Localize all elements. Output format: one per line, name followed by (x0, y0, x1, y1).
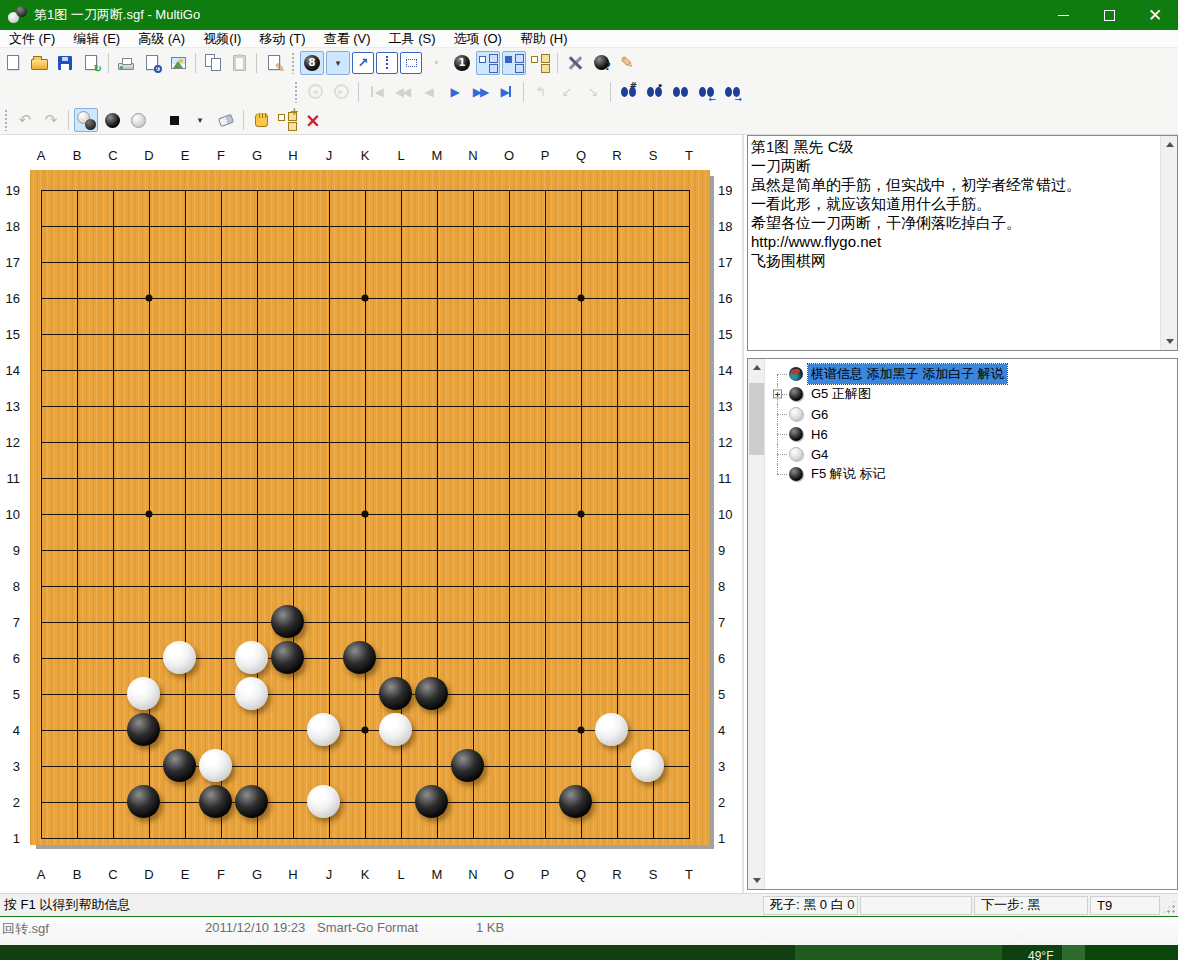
row-label-17-left: 17 (0, 255, 20, 270)
tree-connector (777, 464, 778, 474)
app-icon (8, 6, 28, 24)
toolbar-separator (610, 82, 611, 102)
minimize-icon (1058, 15, 1069, 16)
stone-D7-white[interactable] (163, 641, 196, 674)
col-label-J-bottom: J (311, 867, 347, 882)
scroll-down-icon[interactable] (748, 872, 765, 889)
row-label-4-left: 4 (0, 723, 20, 738)
board-range-icon[interactable] (400, 52, 422, 74)
col-label-A-bottom: A (23, 867, 59, 882)
col-label-B-bottom: B (59, 867, 95, 882)
intersection-K5[interactable] (377, 711, 413, 747)
new-file-icon[interactable] (1, 51, 25, 75)
row-label-10-right: 10 (718, 507, 738, 522)
stone-G7-black[interactable] (271, 641, 304, 674)
move-number-dropdown-icon[interactable]: ▾ (326, 51, 350, 75)
board-grid[interactable] (53, 207, 737, 891)
row-label-19-left: 19 (0, 183, 20, 198)
play-black-icon[interactable] (100, 108, 124, 132)
tree-layout-full-icon[interactable] (502, 51, 526, 75)
menu-item-3[interactable]: 视频(I) (194, 30, 250, 48)
window-title: 第1图 一刀两断.sgf - MultiGo (34, 6, 1040, 24)
intersection-K6[interactable] (377, 675, 413, 711)
goban[interactable] (30, 170, 710, 845)
game-tree: 棋谱信息 添加黑子 添加白子 解说+G5 正解图G6H6G4F5 解说 标记 (765, 359, 1177, 889)
print-preview-icon[interactable] (140, 51, 164, 75)
row-label-8-left: 8 (0, 579, 20, 594)
col-label-E-bottom: E (167, 867, 203, 882)
captures-pane: 死子: 黑 0 白 0 (763, 896, 858, 915)
row-label-15-left: 15 (0, 327, 20, 342)
row-label-19-right: 19 (718, 183, 738, 198)
taskbar-segment-0 (0, 945, 795, 960)
col-label-K-bottom: K (347, 867, 383, 882)
row-label-18-right: 18 (718, 219, 738, 234)
col-label-A-top: A (23, 148, 59, 163)
minimize-button[interactable] (1040, 0, 1086, 30)
multigo-window: 第1图 一刀两断.sgf - MultiGo ✕ 文件 (F)编辑 (E)高级 … (0, 0, 1178, 917)
play-white-icon[interactable] (126, 108, 150, 132)
row-label-2-left: 2 (0, 795, 20, 810)
tree-node-label[interactable]: G5 正解图 (808, 384, 874, 404)
export-image-icon[interactable] (166, 51, 190, 75)
white-stone-icon (789, 447, 803, 461)
stone-E4-white[interactable] (199, 749, 232, 782)
status-help-text: 按 F1 以得到帮助信息 (0, 896, 762, 914)
intersection-J7[interactable] (341, 639, 377, 675)
nav-parent-icon[interactable]: ↰ (529, 80, 553, 104)
intersection-C6[interactable] (125, 675, 161, 711)
next-variation-icon[interactable]: ↘ (581, 80, 605, 104)
taskbar-segment-4 (1085, 945, 1178, 960)
col-label-R-top: R (599, 148, 635, 163)
tree-node-label[interactable]: 棋谱信息 添加黑子 添加白子 解说 (808, 364, 1007, 384)
open-file-icon[interactable] (27, 51, 51, 75)
intersection-R4[interactable] (629, 747, 665, 783)
scroll-up-icon[interactable] (748, 359, 765, 376)
nav-forward-icon[interactable]: ▶ (442, 80, 466, 104)
stone-H5-white[interactable] (307, 713, 340, 746)
panel-splitter[interactable] (742, 135, 744, 893)
row-label-14-left: 14 (0, 363, 20, 378)
row-label-17-right: 17 (718, 255, 738, 270)
stone-C3-black[interactable] (127, 785, 160, 818)
row-label-11-left: 11 (0, 471, 20, 486)
intersection-F7[interactable] (233, 639, 269, 675)
stone-C5-black[interactable] (127, 713, 160, 746)
menu-item-5[interactable]: 查看 (V) (315, 30, 380, 48)
col-label-M-top: M (419, 148, 455, 163)
col-label-T-top: T (671, 148, 707, 163)
toolbar-separator (195, 53, 196, 73)
col-label-C-bottom: C (95, 867, 131, 882)
tree-connector (777, 414, 787, 415)
marker-dropdown-icon[interactable]: ▾ (188, 108, 212, 132)
tree-node-label[interactable]: H6 (808, 426, 831, 443)
toolbar-separator (68, 110, 69, 130)
resize-grip[interactable] (1161, 899, 1177, 915)
stone-P3-black[interactable] (559, 785, 592, 818)
move-number-from-one-icon[interactable]: 1 (450, 51, 474, 75)
prev-variation-icon[interactable]: ↙ (555, 80, 579, 104)
background-file-format: Smart-Go Format (317, 920, 418, 935)
row-label-5-left: 5 (0, 687, 20, 702)
col-label-S-bottom: S (635, 867, 671, 882)
row-label-6-left: 6 (0, 651, 20, 666)
col-label-B-top: B (59, 148, 95, 163)
board-panel: AABBCCDDEEFFGGHHJJKKLLMMNNOOPPQQRRSSTT19… (0, 135, 742, 893)
black-stone-icon (789, 467, 803, 481)
find-prev-icon[interactable]: ← (694, 80, 718, 104)
reload-file-icon[interactable]: ↻ (79, 51, 103, 75)
taskbar-weather[interactable]: 49°F (1028, 949, 1053, 960)
tree-layout-org-icon[interactable] (528, 51, 552, 75)
intersection-E4[interactable] (197, 747, 233, 783)
status-bar: 按 F1 以得到帮助信息 死子: 黑 0 白 0 下一步: 黑 T9 (0, 893, 1178, 916)
paste-icon[interactable] (227, 51, 251, 75)
toolbar-handle[interactable] (291, 52, 295, 74)
toolbar-separator (358, 82, 359, 102)
tree-connector (777, 454, 787, 455)
stone-F7-white[interactable] (235, 641, 268, 674)
comment-line-1: 一刀两断 (751, 156, 1157, 175)
col-label-K-top: K (347, 148, 383, 163)
intersection-E3[interactable] (197, 783, 233, 819)
copy-icon[interactable] (201, 51, 225, 75)
game-info-node-icon (789, 367, 803, 381)
stone-R4-white[interactable] (631, 749, 664, 782)
comment-line-2: 虽然是简单的手筋，但实战中，初学者经常错过。 (751, 175, 1157, 194)
tree-layout-compact-icon[interactable] (476, 51, 500, 75)
background-window-strip: 回转.sgf 2011/12/10 19:23 Smart-Go Format … (0, 918, 1178, 945)
nav-last-icon[interactable]: ▶ (494, 80, 518, 104)
tree-node-5[interactable]: F5 解说 标记 (765, 464, 1177, 484)
marker-square-icon[interactable] (162, 108, 186, 132)
row-label-4-right: 4 (718, 723, 738, 738)
row-label-10-left: 10 (0, 507, 20, 522)
tree-node-4[interactable]: G4 (765, 444, 1177, 464)
toolbar-edit: ↶↷▾+× (0, 106, 1178, 135)
col-label-P-top: P (527, 148, 563, 163)
row-label-7-right: 7 (718, 615, 738, 630)
intersection-H5[interactable] (305, 711, 341, 747)
main-area: AABBCCDDEEFFGGHHJJKKLLMMNNOOPPQQRRSSTT19… (0, 135, 1178, 893)
col-label-P-bottom: P (527, 867, 563, 882)
stone-J7-black[interactable] (343, 641, 376, 674)
stone-C6-white[interactable] (127, 677, 160, 710)
options-tools-icon[interactable] (563, 51, 587, 75)
redo-icon[interactable]: ↷ (39, 108, 63, 132)
tree-connector (777, 434, 787, 435)
title-bar: 第1图 一刀两断.sgf - MultiGo ✕ (0, 0, 1178, 30)
tree-connector (777, 474, 787, 475)
row-label-6-right: 6 (718, 651, 738, 666)
small-board-icon[interactable] (424, 51, 448, 75)
stone-E3-black[interactable] (199, 785, 232, 818)
stone-G8-black[interactable] (271, 605, 304, 638)
black-stone-icon (789, 427, 803, 441)
stone-K6-black[interactable] (379, 677, 412, 710)
row-label-9-right: 9 (718, 543, 738, 558)
scroll-up-icon[interactable] (1161, 136, 1178, 153)
delete-node-icon[interactable]: × (301, 108, 325, 132)
scrollbar-thumb[interactable] (749, 383, 764, 455)
toolbar-main: ↻✎8▾↗1?✎ (0, 48, 1178, 77)
empty-pane (860, 896, 972, 915)
background-file-name: 回转.sgf (2, 920, 49, 938)
count-result-icon[interactable]: ? (589, 51, 613, 75)
game-info-icon[interactable]: ✎ (262, 51, 286, 75)
col-label-D-top: D (131, 148, 167, 163)
row-label-8-right: 8 (718, 579, 738, 594)
row-label-12-right: 12 (718, 435, 738, 450)
stone-Q5-white[interactable] (595, 713, 628, 746)
row-label-12-left: 12 (0, 435, 20, 450)
intersection-D4[interactable] (161, 747, 197, 783)
intersection-F3[interactable] (233, 783, 269, 819)
row-label-13-left: 13 (0, 399, 20, 414)
row-label-14-right: 14 (718, 363, 738, 378)
row-label-3-right: 3 (718, 759, 738, 774)
menu-item-4[interactable]: 移动 (T) (250, 30, 314, 48)
maximize-button[interactable] (1086, 0, 1132, 30)
col-label-R-bottom: R (599, 867, 635, 882)
intersection-L3[interactable] (413, 783, 449, 819)
find-next-icon[interactable]: → (720, 80, 744, 104)
next-game-icon[interactable]: ▶ (329, 80, 353, 104)
maximize-icon (1104, 10, 1115, 21)
intersection-Q5[interactable] (593, 711, 629, 747)
expand-icon[interactable]: + (773, 390, 782, 399)
prev-game-icon[interactable]: ◀ (303, 80, 327, 104)
col-label-F-top: F (203, 148, 239, 163)
tree-node-1[interactable]: +G5 正解图 (765, 384, 1177, 404)
coordinate-pane: T9 (1090, 896, 1160, 915)
tree-connector (777, 374, 778, 384)
nav-first-icon[interactable]: ◀ (364, 80, 388, 104)
nav-fast-forward-icon[interactable]: ▶▶ (468, 80, 492, 104)
row-label-9-left: 9 (0, 543, 20, 558)
col-label-O-top: O (491, 148, 527, 163)
taskbar-segment-1 (795, 945, 1002, 960)
black-stone-icon (789, 387, 803, 401)
comment-panel: 第1图 黑先 C级一刀两断虽然是简单的手筋，但实战中，初学者经常错过。一看此形，… (747, 135, 1178, 351)
intersection-C5[interactable] (125, 711, 161, 747)
col-label-T-bottom: T (671, 867, 707, 882)
stone-K5-white[interactable] (379, 713, 412, 746)
menu-item-7[interactable]: 选项 (O) (445, 30, 511, 48)
col-label-O-bottom: O (491, 867, 527, 882)
comment-text: 第1图 黑先 C级一刀两断虽然是简单的手筋，但实战中，初学者经常错过。一看此形，… (751, 137, 1157, 349)
taskbar: 49°F (0, 945, 1178, 960)
stone-M4-black[interactable] (451, 749, 484, 782)
menu-item-6[interactable]: 工具 (S) (380, 30, 445, 48)
toolbar-separator (108, 53, 109, 73)
intersection-M4[interactable] (449, 747, 485, 783)
toolbar-handle[interactable] (294, 81, 298, 103)
insert-node-icon[interactable]: + (275, 108, 299, 132)
col-label-Q-top: Q (563, 148, 599, 163)
intersection-F6[interactable] (233, 675, 269, 711)
col-label-Q-bottom: Q (563, 867, 599, 882)
stone-L6-black[interactable] (415, 677, 448, 710)
find-move-number-icon[interactable]: # (616, 80, 640, 104)
toolbar-separator (557, 53, 558, 73)
tree-node-label[interactable]: G4 (808, 446, 831, 463)
tree-node-0[interactable]: 棋谱信息 添加黑子 添加白子 解说 (765, 364, 1177, 384)
row-label-11-right: 11 (718, 471, 738, 486)
stone-L3-black[interactable] (415, 785, 448, 818)
comment-line-5: http://www.flygo.net (751, 232, 1157, 251)
comment-scrollbar[interactable] (1160, 136, 1177, 350)
variation-display-icon[interactable] (376, 52, 398, 74)
stone-D4-black[interactable] (163, 749, 196, 782)
eraser-icon[interactable] (214, 108, 238, 132)
row-label-5-right: 5 (718, 687, 738, 702)
tree-node-label[interactable]: F5 解说 标记 (808, 464, 888, 484)
edit-pen-icon[interactable]: ✎ (615, 51, 639, 75)
col-label-H-bottom: H (275, 867, 311, 882)
comment-line-0: 第1图 黑先 C级 (751, 137, 1157, 156)
comment-line-4: 希望各位一刀两断，干净俐落吃掉白子。 (751, 213, 1157, 232)
nav-back-icon[interactable]: ◀ (416, 80, 440, 104)
intersection-H3[interactable] (305, 783, 341, 819)
background-file-date: 2011/12/10 19:23 (205, 920, 305, 935)
col-label-L-bottom: L (383, 867, 419, 882)
intersection-D7[interactable] (161, 639, 197, 675)
col-label-F-bottom: F (203, 867, 239, 882)
menu-item-1[interactable]: 编辑 (E) (64, 30, 129, 48)
next-move-marker-icon[interactable]: ↗ (352, 52, 374, 74)
stone-H3-white[interactable] (307, 785, 340, 818)
menu-item-8[interactable]: 帮助 (H) (511, 30, 577, 48)
play-alternate-icon[interactable] (74, 108, 98, 132)
save-file-icon[interactable] (53, 51, 77, 75)
white-stone-icon (789, 407, 803, 421)
nav-fast-back-icon[interactable]: ◀◀ (390, 80, 414, 104)
intersection-L6[interactable] (413, 675, 449, 711)
row-label-3-left: 3 (0, 759, 20, 774)
taskbar-segment-3 (1062, 945, 1085, 960)
intersection-P3[interactable] (557, 783, 593, 819)
tree-scrollbar[interactable] (748, 359, 765, 889)
row-label-7-left: 7 (0, 615, 20, 630)
col-label-G-bottom: G (239, 867, 275, 882)
row-label-13-right: 13 (718, 399, 738, 414)
print-icon[interactable] (114, 51, 138, 75)
menu-bar: 文件 (F)编辑 (E)高级 (A)视频(I)移动 (T)查看 (V)工具 (S… (0, 30, 1178, 48)
menu-item-2[interactable]: 高级 (A) (129, 30, 194, 48)
col-label-N-top: N (455, 148, 491, 163)
row-label-1-left: 1 (0, 831, 20, 846)
col-label-S-top: S (635, 148, 671, 163)
row-label-16-left: 16 (0, 291, 20, 306)
move-number-display-icon[interactable]: 8 (300, 51, 324, 75)
row-label-15-right: 15 (718, 327, 738, 342)
find-point-icon[interactable]: • (642, 80, 666, 104)
col-label-G-top: G (239, 148, 275, 163)
scroll-down-icon[interactable] (1161, 333, 1178, 350)
tree-node-label[interactable]: G6 (808, 406, 831, 423)
col-label-E-top: E (167, 148, 203, 163)
col-label-H-top: H (275, 148, 311, 163)
row-label-16-right: 16 (718, 291, 738, 306)
tree-connector (777, 374, 787, 375)
col-label-N-bottom: N (455, 867, 491, 882)
stone-F3-black[interactable] (235, 785, 268, 818)
row-label-1-right: 1 (718, 831, 738, 846)
col-label-M-bottom: M (419, 867, 455, 882)
comment-line-6: 飞扬围棋网 (751, 251, 1157, 270)
intersection-C3[interactable] (125, 783, 161, 819)
tree-node-3[interactable]: H6 (765, 424, 1177, 444)
background-file-size: 1 KB (476, 920, 504, 935)
row-label-18-left: 18 (0, 219, 20, 234)
game-tree-panel: 棋谱信息 添加黑子 添加白子 解说+G5 正解图G6H6G4F5 解说 标记 (747, 358, 1178, 890)
intersection-G7[interactable] (269, 639, 305, 675)
intersection-G8[interactable] (269, 603, 305, 639)
toolbar-navigation: ◀▶◀◀◀◀▶▶▶▶↰↙↘#•←→ (0, 77, 1178, 106)
toolbar-separator (523, 82, 524, 102)
toolbar-separator (256, 53, 257, 73)
find-text-icon[interactable] (668, 80, 692, 104)
col-label-L-top: L (383, 148, 419, 163)
close-button[interactable]: ✕ (1132, 0, 1178, 30)
col-label-D-bottom: D (131, 867, 167, 882)
comment-line-3: 一看此形，就应该知道用什么手筋。 (751, 194, 1157, 213)
hand-tool-icon[interactable] (249, 108, 273, 132)
stone-F6-white[interactable] (235, 677, 268, 710)
col-label-C-top: C (95, 148, 131, 163)
row-label-2-right: 2 (718, 795, 738, 810)
toolbar-handle[interactable] (4, 109, 8, 131)
col-label-J-top: J (311, 148, 347, 163)
menu-item-0[interactable]: 文件 (F) (0, 30, 64, 48)
toolbar-separator (243, 110, 244, 130)
undo-icon[interactable]: ↶ (13, 108, 37, 132)
tree-node-2[interactable]: G6 (765, 404, 1177, 424)
next-move-pane: 下一步: 黑 (974, 896, 1088, 915)
